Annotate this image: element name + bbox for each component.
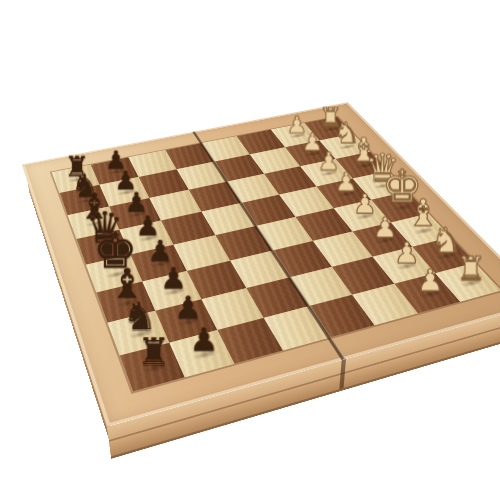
fold-seam-front — [339, 359, 346, 389]
board-frame: ♜♟♟♜♞♟♟♞♝♟♟♝♛♟♟♛♚♟♟♚♝♟♟♝♞♟♟♞♜♟♟♜ — [22, 102, 500, 427]
piece-black-knight[interactable]: ♞ — [122, 299, 157, 334]
scene: ♜♟♟♜♞♟♟♞♝♟♟♝♛♟♟♛♚♟♟♚♝♟♟♝♞♟♟♞♜♟♟♜ — [0, 0, 500, 500]
piece-white-pawn[interactable]: ♟ — [416, 267, 443, 294]
piece-black-pawn[interactable]: ♟ — [160, 265, 187, 292]
product-photo: ♜♟♟♜♞♟♟♞♝♟♟♝♛♟♟♛♚♟♟♚♝♟♟♝♞♟♟♞♜♟♟♜ — [0, 0, 500, 500]
piece-black-rook[interactable]: ♜ — [137, 335, 170, 368]
piece-white-rook[interactable]: ♜ — [456, 253, 485, 282]
piece-white-pawn[interactable]: ♟ — [393, 240, 419, 266]
chess-board: ♜♟♟♜♞♟♟♞♝♟♟♝♛♟♟♛♚♟♟♚♝♟♟♝♞♟♟♞♜♟♟♜ — [22, 102, 500, 427]
square-h1[interactable]: ♜ — [435, 263, 500, 302]
piece-black-pawn[interactable]: ♟ — [189, 325, 218, 354]
piece-black-pawn[interactable]: ♟ — [173, 294, 201, 322]
